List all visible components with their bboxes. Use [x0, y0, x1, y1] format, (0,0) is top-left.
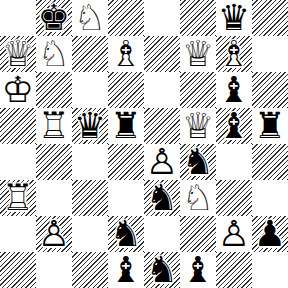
square-d7[interactable]: ♝♗ [108, 36, 144, 72]
square-c2[interactable] [72, 216, 108, 252]
piece-black-knight: ♞ [180, 144, 216, 180]
square-a2[interactable] [0, 216, 36, 252]
square-g7[interactable]: ♝♗ [216, 36, 252, 72]
piece-white-knight: ♘ [36, 36, 72, 72]
square-h4[interactable] [252, 144, 288, 180]
square-c8[interactable]: ♞♘ [72, 0, 108, 36]
square-h3[interactable] [252, 180, 288, 216]
piece-halo: ♜ [0, 180, 36, 216]
piece-halo: ♞ [144, 252, 180, 288]
piece-halo: ♞ [36, 36, 72, 72]
square-h1[interactable] [252, 252, 288, 288]
piece-halo: ♟ [252, 216, 288, 252]
square-e5[interactable] [144, 108, 180, 144]
square-f5[interactable]: ♛♕ [180, 108, 216, 144]
piece-black-bishop: ♝ [216, 108, 252, 144]
square-a8[interactable] [0, 0, 36, 36]
piece-black-pawn: ♟ [252, 216, 288, 252]
square-e3[interactable]: ♞♞ [144, 180, 180, 216]
piece-halo: ♞ [72, 0, 108, 36]
piece-white-knight: ♘ [180, 180, 216, 216]
piece-halo: ♛ [72, 108, 108, 144]
piece-halo: ♞ [180, 144, 216, 180]
piece-halo: ♚ [36, 0, 72, 36]
square-b3[interactable] [36, 180, 72, 216]
piece-halo: ♜ [252, 108, 288, 144]
piece-black-rook: ♜ [108, 108, 144, 144]
piece-white-queen: ♕ [0, 36, 36, 72]
square-b6[interactable] [36, 72, 72, 108]
square-c3[interactable] [72, 180, 108, 216]
square-f7[interactable]: ♛♕ [180, 36, 216, 72]
piece-white-pawn: ♙ [144, 144, 180, 180]
square-e4[interactable]: ♟♙ [144, 144, 180, 180]
square-a4[interactable] [0, 144, 36, 180]
piece-halo: ♝ [108, 36, 144, 72]
square-f6[interactable] [180, 72, 216, 108]
piece-halo: ♝ [216, 36, 252, 72]
piece-white-knight: ♘ [72, 0, 108, 36]
piece-white-rook: ♖ [36, 108, 72, 144]
piece-black-bishop: ♝ [108, 252, 144, 288]
piece-white-bishop: ♗ [108, 36, 144, 72]
piece-white-bishop: ♗ [216, 36, 252, 72]
square-a1[interactable] [0, 252, 36, 288]
piece-halo: ♚ [0, 72, 36, 108]
square-g4[interactable] [216, 144, 252, 180]
square-d4[interactable] [108, 144, 144, 180]
piece-black-knight: ♞ [144, 252, 180, 288]
piece-black-bishop: ♝ [180, 252, 216, 288]
piece-black-king: ♚ [36, 0, 72, 36]
square-e7[interactable] [144, 36, 180, 72]
square-e8[interactable] [144, 0, 180, 36]
piece-black-knight: ♞ [144, 180, 180, 216]
piece-halo: ♛ [180, 36, 216, 72]
square-e6[interactable] [144, 72, 180, 108]
piece-white-queen: ♕ [180, 36, 216, 72]
piece-black-knight: ♞ [108, 216, 144, 252]
piece-halo: ♛ [180, 108, 216, 144]
square-b1[interactable] [36, 252, 72, 288]
piece-halo: ♝ [216, 108, 252, 144]
square-g5[interactable]: ♝♝ [216, 108, 252, 144]
square-g6[interactable]: ♝♝ [216, 72, 252, 108]
square-h2[interactable]: ♟♟ [252, 216, 288, 252]
piece-black-rook: ♜ [252, 108, 288, 144]
piece-halo: ♜ [36, 108, 72, 144]
square-g8[interactable]: ♛♛ [216, 0, 252, 36]
square-e1[interactable]: ♞♞ [144, 252, 180, 288]
square-h6[interactable] [252, 72, 288, 108]
piece-halo: ♟ [36, 216, 72, 252]
square-c6[interactable] [72, 72, 108, 108]
square-c7[interactable] [72, 36, 108, 72]
square-a5[interactable] [0, 108, 36, 144]
piece-halo: ♞ [108, 216, 144, 252]
square-c5[interactable]: ♛♛ [72, 108, 108, 144]
square-b5[interactable]: ♜♖ [36, 108, 72, 144]
piece-white-pawn: ♙ [36, 216, 72, 252]
chess-board: ♚♚♞♘♛♛♛♕♞♘♝♗♛♕♝♗♚♔♝♝♜♖♛♛♜♜♛♕♝♝♜♜♟♙♞♞♜♖♞♞… [0, 0, 288, 288]
square-h8[interactable] [252, 0, 288, 36]
square-d8[interactable] [108, 0, 144, 36]
square-f4[interactable]: ♞♞ [180, 144, 216, 180]
square-f1[interactable]: ♝♝ [180, 252, 216, 288]
piece-white-queen: ♕ [180, 108, 216, 144]
square-b2[interactable]: ♟♙ [36, 216, 72, 252]
piece-halo: ♞ [144, 180, 180, 216]
piece-halo: ♝ [216, 72, 252, 108]
piece-black-queen: ♛ [72, 108, 108, 144]
square-d6[interactable] [108, 72, 144, 108]
piece-black-queen: ♛ [216, 0, 252, 36]
square-g3[interactable] [216, 180, 252, 216]
square-f3[interactable]: ♞♘ [180, 180, 216, 216]
square-e2[interactable] [144, 216, 180, 252]
square-h5[interactable]: ♜♜ [252, 108, 288, 144]
square-a7[interactable]: ♛♕ [0, 36, 36, 72]
square-b8[interactable]: ♚♚ [36, 0, 72, 36]
square-d2[interactable]: ♞♞ [108, 216, 144, 252]
square-g1[interactable] [216, 252, 252, 288]
square-c4[interactable] [72, 144, 108, 180]
piece-white-pawn: ♙ [216, 216, 252, 252]
piece-halo: ♝ [180, 252, 216, 288]
square-f2[interactable] [180, 216, 216, 252]
square-a3[interactable]: ♜♖ [0, 180, 36, 216]
square-b4[interactable] [36, 144, 72, 180]
square-h7[interactable] [252, 36, 288, 72]
piece-halo: ♝ [108, 252, 144, 288]
square-d1[interactable]: ♝♝ [108, 252, 144, 288]
square-d3[interactable] [108, 180, 144, 216]
square-a6[interactable]: ♚♔ [0, 72, 36, 108]
square-d5[interactable]: ♜♜ [108, 108, 144, 144]
piece-white-rook: ♖ [0, 180, 36, 216]
piece-halo: ♟ [216, 216, 252, 252]
piece-halo: ♜ [108, 108, 144, 144]
square-c1[interactable] [72, 252, 108, 288]
square-f8[interactable] [180, 0, 216, 36]
piece-white-king: ♔ [0, 72, 36, 108]
piece-halo: ♟ [144, 144, 180, 180]
piece-halo: ♛ [0, 36, 36, 72]
square-g2[interactable]: ♟♙ [216, 216, 252, 252]
piece-halo: ♞ [180, 180, 216, 216]
piece-black-bishop: ♝ [216, 72, 252, 108]
piece-halo: ♛ [216, 0, 252, 36]
square-b7[interactable]: ♞♘ [36, 36, 72, 72]
